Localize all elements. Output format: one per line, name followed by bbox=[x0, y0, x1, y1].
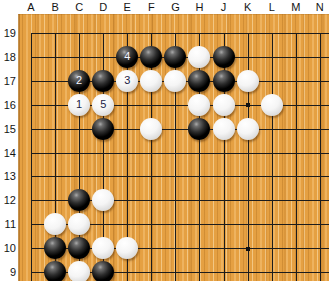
move-number-2: 2 bbox=[76, 75, 82, 86]
intersection-H17 bbox=[187, 69, 211, 93]
column-label-L: L bbox=[269, 1, 275, 13]
intersection-C16: 1 bbox=[67, 93, 91, 117]
move-number-4: 4 bbox=[124, 51, 130, 62]
intersection-B10 bbox=[43, 236, 67, 260]
stone-white-D10 bbox=[92, 237, 114, 259]
intersection-F18 bbox=[139, 45, 163, 69]
goban[interactable]: 42315 bbox=[18, 14, 329, 281]
column-label-C: C bbox=[75, 1, 83, 13]
move-number-5: 5 bbox=[100, 99, 106, 110]
row-labels: 191817161514131211109 bbox=[0, 0, 18, 281]
row-label-14: 14 bbox=[0, 147, 16, 159]
stone-white-K17 bbox=[237, 70, 259, 92]
row-label-12: 12 bbox=[0, 194, 16, 206]
stone-white-C9 bbox=[68, 261, 90, 281]
intersection-E17: 3 bbox=[115, 69, 139, 93]
intersection-K17 bbox=[236, 69, 260, 93]
intersection-J17 bbox=[211, 69, 235, 93]
column-label-G: G bbox=[171, 1, 180, 13]
stone-white-E10 bbox=[116, 237, 138, 259]
intersection-J18 bbox=[211, 45, 235, 69]
intersection-J16 bbox=[211, 93, 235, 117]
intersection-H18 bbox=[187, 45, 211, 69]
stone-white-D16: 5 bbox=[92, 94, 114, 116]
stone-black-C12 bbox=[68, 189, 90, 211]
intersection-C11 bbox=[67, 212, 91, 236]
stone-black-C17: 2 bbox=[68, 70, 90, 92]
stone-white-G17 bbox=[164, 70, 186, 92]
row-label-10: 10 bbox=[0, 242, 16, 254]
row-label-16: 16 bbox=[0, 99, 16, 111]
column-label-J: J bbox=[221, 1, 227, 13]
intersection-J15 bbox=[211, 117, 235, 141]
column-label-K: K bbox=[244, 1, 251, 13]
intersection-C17: 2 bbox=[67, 69, 91, 93]
stone-black-F18 bbox=[140, 46, 162, 68]
intersection-D12 bbox=[91, 188, 115, 212]
intersection-K15 bbox=[236, 117, 260, 141]
row-label-11: 11 bbox=[0, 218, 16, 230]
column-label-D: D bbox=[99, 1, 107, 13]
stone-white-B11 bbox=[44, 213, 66, 235]
stone-white-J15 bbox=[213, 118, 235, 140]
intersection-D9 bbox=[91, 260, 115, 281]
column-label-H: H bbox=[196, 1, 204, 13]
stone-black-G18 bbox=[164, 46, 186, 68]
stone-white-L16 bbox=[261, 94, 283, 116]
row-label-17: 17 bbox=[0, 75, 16, 87]
stone-white-E17: 3 bbox=[116, 70, 138, 92]
intersection-E18: 4 bbox=[115, 45, 139, 69]
intersection-B9 bbox=[43, 260, 67, 281]
column-label-N: N bbox=[316, 1, 324, 13]
stone-black-J17 bbox=[213, 70, 235, 92]
intersection-D16: 5 bbox=[91, 93, 115, 117]
intersection-L16 bbox=[260, 93, 284, 117]
stone-black-B9 bbox=[44, 261, 66, 281]
intersection-B11 bbox=[43, 212, 67, 236]
intersection-G18 bbox=[163, 45, 187, 69]
stone-white-K15 bbox=[237, 118, 259, 140]
intersection-D15 bbox=[91, 117, 115, 141]
stone-black-H17 bbox=[188, 70, 210, 92]
row-label-19: 19 bbox=[0, 27, 16, 39]
intersection-C10 bbox=[67, 236, 91, 260]
stone-white-F17 bbox=[140, 70, 162, 92]
intersection-H15 bbox=[187, 117, 211, 141]
intersection-E10 bbox=[115, 236, 139, 260]
row-label-13: 13 bbox=[0, 170, 16, 182]
stone-black-D9 bbox=[92, 261, 114, 281]
stones-layer: 42315 bbox=[19, 21, 329, 281]
column-label-A: A bbox=[27, 1, 34, 13]
intersection-C9 bbox=[67, 260, 91, 281]
intersection-F17 bbox=[139, 69, 163, 93]
go-diagram: 42315 ABCDEFGHJKLMN 19181716151413121110… bbox=[0, 0, 329, 281]
intersection-F15 bbox=[139, 117, 163, 141]
stone-black-B10 bbox=[44, 237, 66, 259]
intersection-D10 bbox=[91, 236, 115, 260]
column-label-E: E bbox=[124, 1, 131, 13]
stone-white-F15 bbox=[140, 118, 162, 140]
move-number-3: 3 bbox=[124, 75, 130, 86]
stone-white-J16 bbox=[213, 94, 235, 116]
stone-black-J18 bbox=[213, 46, 235, 68]
stone-black-C10 bbox=[68, 237, 90, 259]
intersection-D17 bbox=[91, 69, 115, 93]
column-label-F: F bbox=[148, 1, 155, 13]
row-label-15: 15 bbox=[0, 123, 16, 135]
column-label-M: M bbox=[291, 1, 300, 13]
stone-white-C16: 1 bbox=[68, 94, 90, 116]
stone-black-E18: 4 bbox=[116, 46, 138, 68]
stone-white-D12 bbox=[92, 189, 114, 211]
intersection-H16 bbox=[187, 93, 211, 117]
row-label-9: 9 bbox=[0, 266, 16, 278]
stone-black-D15 bbox=[92, 118, 114, 140]
stone-black-H15 bbox=[188, 118, 210, 140]
column-labels: ABCDEFGHJKLMN bbox=[0, 0, 329, 14]
stone-white-H18 bbox=[188, 46, 210, 68]
stone-white-C11 bbox=[68, 213, 90, 235]
row-label-18: 18 bbox=[0, 51, 16, 63]
stone-white-H16 bbox=[188, 94, 210, 116]
stone-black-D17 bbox=[92, 70, 114, 92]
move-number-1: 1 bbox=[76, 99, 82, 110]
intersection-G17 bbox=[163, 69, 187, 93]
column-label-B: B bbox=[51, 1, 58, 13]
intersection-C12 bbox=[67, 188, 91, 212]
